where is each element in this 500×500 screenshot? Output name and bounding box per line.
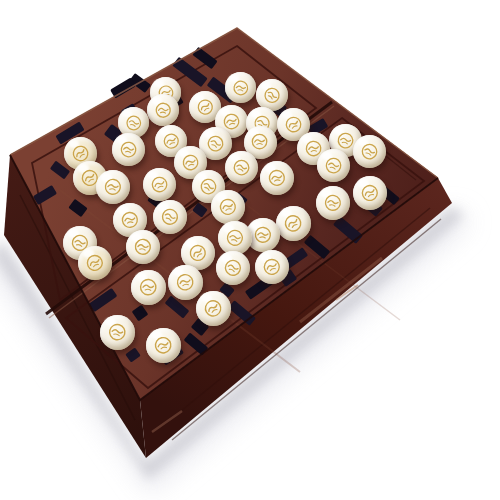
shell-bead: [143, 168, 176, 201]
shell-bead: [112, 133, 145, 166]
shell-bead: [126, 230, 160, 264]
shell-bead: [216, 251, 250, 285]
gold-bird-motif-icon: [348, 171, 392, 215]
gold-bird-motif-icon: [129, 268, 167, 306]
gold-bird-motif-icon: [313, 183, 353, 223]
shell-bead: [196, 291, 231, 326]
shell-bead: [317, 149, 350, 182]
shell-bead: [316, 186, 350, 220]
gold-bird-motif-icon: [96, 311, 139, 354]
shell-bead: [78, 246, 112, 280]
beads-layer: [0, 0, 500, 500]
shell-bead: [146, 328, 181, 363]
shell-bead: [96, 170, 130, 204]
shell-bead: [353, 135, 386, 168]
shell-bead: [131, 270, 166, 305]
shell-bead: [147, 94, 179, 126]
photo-stage: [0, 0, 500, 500]
shell-bead: [153, 200, 187, 234]
gold-bird-motif-icon: [124, 228, 163, 267]
gold-bird-motif-icon: [109, 130, 147, 168]
shell-bead: [260, 161, 294, 195]
gold-bird-motif-icon: [142, 324, 184, 366]
shell-bead: [255, 250, 289, 284]
shell-bead: [100, 315, 135, 350]
shell-bead: [225, 151, 258, 184]
gold-bird-motif-icon: [94, 168, 132, 206]
gold-bird-motif-icon: [138, 163, 180, 205]
shell-bead: [168, 265, 203, 300]
gold-bird-motif-icon: [250, 245, 294, 289]
shell-bead: [353, 176, 387, 210]
gold-bird-motif-icon: [258, 159, 296, 197]
